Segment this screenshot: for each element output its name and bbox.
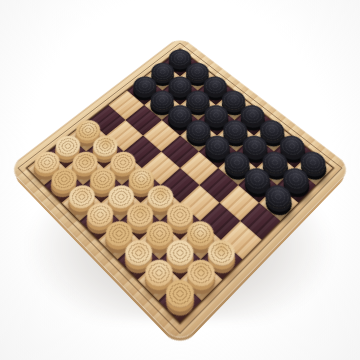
board-frame: [7, 36, 352, 346]
board-grid: [27, 49, 332, 322]
perspective-scene: [0, 0, 360, 360]
product-photo: [0, 0, 360, 360]
checkers-board: [7, 36, 352, 346]
